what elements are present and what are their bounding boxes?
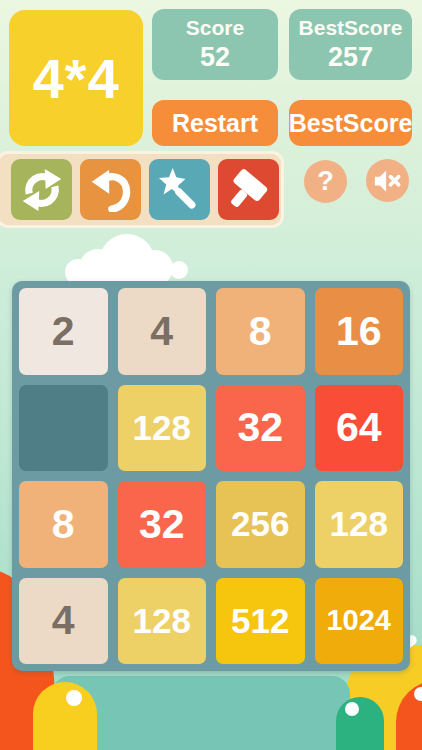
undo-button[interactable] [80,159,141,220]
tile-32-r3c2: 32 [118,481,207,568]
best-score-value: 257 [328,41,373,75]
hammer-button[interactable] [218,159,279,220]
white-dot-on-green-pill [345,702,359,716]
tile-512-r4c3: 512 [216,578,305,665]
toolbar [0,151,284,228]
help-label: ? [317,166,334,197]
hammer-icon [227,168,271,212]
tile-1024-r4c4: 1024 [315,578,404,665]
tile-256-r3c3: 256 [216,481,305,568]
refresh-icon [20,168,64,212]
game-board[interactable]: 24816128326483225612841285121024 [12,281,410,671]
tile-16-r1c4: 16 [315,288,404,375]
game-screen: 4*4 Score 52 BestScore 257 Restart BestS… [0,0,422,750]
undo-icon [89,168,133,212]
tile-64-r2c4: 64 [315,385,404,472]
white-dot-on-orange-blob [414,687,422,701]
score-value: 52 [200,41,230,75]
tile-8-r3c1: 8 [19,481,108,568]
tile-32-r2c3: 32 [216,385,305,472]
magic-wand-icon [158,168,202,212]
mute-button[interactable] [366,159,409,202]
mute-speaker-icon [373,166,403,196]
best-score-button[interactable]: BestScore [289,100,412,146]
tile-4-r1c2: 4 [118,288,207,375]
grid-size-badge: 4*4 [9,10,143,146]
tile-128-r3c4: 128 [315,481,404,568]
best-score-box: BestScore 257 [289,9,412,80]
score-box: Score 52 [152,9,278,80]
restart-button[interactable]: Restart [152,100,278,146]
white-dot-on-yellow-pill [66,690,82,706]
help-button[interactable]: ? [304,160,347,203]
yellow-pill-decoration [33,682,97,750]
green-pill-decoration [336,697,384,750]
empty-cell-r2c1 [19,385,108,472]
tile-128-r2c2: 128 [118,385,207,472]
magic-wand-button[interactable] [149,159,210,220]
tile-4-r4c1: 4 [19,578,108,665]
tile-128-r4c2: 128 [118,578,207,665]
tile-8-r1c3: 8 [216,288,305,375]
refresh-button[interactable] [11,159,72,220]
best-score-label: BestScore [299,15,403,41]
score-label: Score [186,15,244,41]
cloud-decoration [60,230,192,282]
tile-2-r1c1: 2 [19,288,108,375]
